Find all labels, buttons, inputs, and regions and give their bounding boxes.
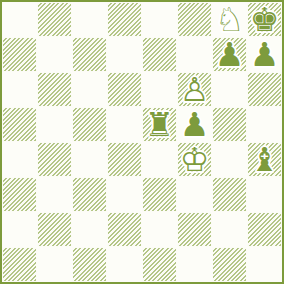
square-b4[interactable] (37, 142, 72, 177)
square-f1[interactable] (177, 247, 212, 282)
piece-white-king-f4[interactable]: ♔ (177, 142, 212, 177)
square-b2[interactable] (37, 212, 72, 247)
square-f5[interactable]: ♟ (177, 107, 212, 142)
square-a5[interactable] (2, 107, 37, 142)
square-d8[interactable] (107, 2, 142, 37)
square-f3[interactable] (177, 177, 212, 212)
square-e8[interactable] (142, 2, 177, 37)
square-d4[interactable] (107, 142, 142, 177)
square-e3[interactable] (142, 177, 177, 212)
square-a7[interactable] (2, 37, 37, 72)
piece-white-knight-g8[interactable]: ♘ (212, 2, 247, 37)
square-c5[interactable] (72, 107, 107, 142)
square-h6[interactable] (247, 72, 282, 107)
square-d1[interactable] (107, 247, 142, 282)
square-h5[interactable] (247, 107, 282, 142)
square-f8[interactable] (177, 2, 212, 37)
piece-black-rook-e5[interactable]: ♜ (142, 107, 177, 142)
piece-black-pawn-g7[interactable]: ♟ (212, 37, 247, 72)
square-h7[interactable]: ♟ (247, 37, 282, 72)
square-d7[interactable] (107, 37, 142, 72)
square-f2[interactable] (177, 212, 212, 247)
square-e1[interactable] (142, 247, 177, 282)
square-c7[interactable] (72, 37, 107, 72)
square-g5[interactable] (212, 107, 247, 142)
square-e2[interactable] (142, 212, 177, 247)
square-b8[interactable] (37, 2, 72, 37)
square-g1[interactable] (212, 247, 247, 282)
square-c6[interactable] (72, 72, 107, 107)
square-a4[interactable] (2, 142, 37, 177)
square-b7[interactable] (37, 37, 72, 72)
square-h8[interactable]: ♚ (247, 2, 282, 37)
square-c8[interactable] (72, 2, 107, 37)
square-e4[interactable] (142, 142, 177, 177)
square-c1[interactable] (72, 247, 107, 282)
square-g4[interactable] (212, 142, 247, 177)
square-b1[interactable] (37, 247, 72, 282)
square-a6[interactable] (2, 72, 37, 107)
square-h1[interactable] (247, 247, 282, 282)
piece-black-pawn-f5[interactable]: ♟ (177, 107, 212, 142)
piece-black-bishop-h4[interactable]: ♝ (247, 142, 282, 177)
square-g6[interactable] (212, 72, 247, 107)
square-b5[interactable] (37, 107, 72, 142)
square-g7[interactable]: ♟ (212, 37, 247, 72)
square-a8[interactable] (2, 2, 37, 37)
square-a1[interactable] (2, 247, 37, 282)
square-d2[interactable] (107, 212, 142, 247)
square-f4[interactable]: ♚♔ (177, 142, 212, 177)
square-a3[interactable] (2, 177, 37, 212)
square-c4[interactable] (72, 142, 107, 177)
square-g3[interactable] (212, 177, 247, 212)
square-g8[interactable]: ♞♘ (212, 2, 247, 37)
square-d6[interactable] (107, 72, 142, 107)
square-c2[interactable] (72, 212, 107, 247)
piece-black-pawn-h7[interactable]: ♟ (247, 37, 282, 72)
square-b3[interactable] (37, 177, 72, 212)
square-a2[interactable] (2, 212, 37, 247)
square-d3[interactable] (107, 177, 142, 212)
square-f7[interactable] (177, 37, 212, 72)
square-f6[interactable]: ♟♙ (177, 72, 212, 107)
piece-black-king-h8[interactable]: ♚ (247, 2, 282, 37)
square-h4[interactable]: ♝ (247, 142, 282, 177)
square-b6[interactable] (37, 72, 72, 107)
chess-board: ♞♘♚♟♟♟♙♜♟♚♔♝ (0, 0, 284, 284)
square-e5[interactable]: ♜ (142, 107, 177, 142)
square-h3[interactable] (247, 177, 282, 212)
square-h2[interactable] (247, 212, 282, 247)
square-d5[interactable] (107, 107, 142, 142)
square-e7[interactable] (142, 37, 177, 72)
square-c3[interactable] (72, 177, 107, 212)
square-g2[interactable] (212, 212, 247, 247)
square-e6[interactable] (142, 72, 177, 107)
piece-white-pawn-f6[interactable]: ♙ (177, 72, 212, 107)
